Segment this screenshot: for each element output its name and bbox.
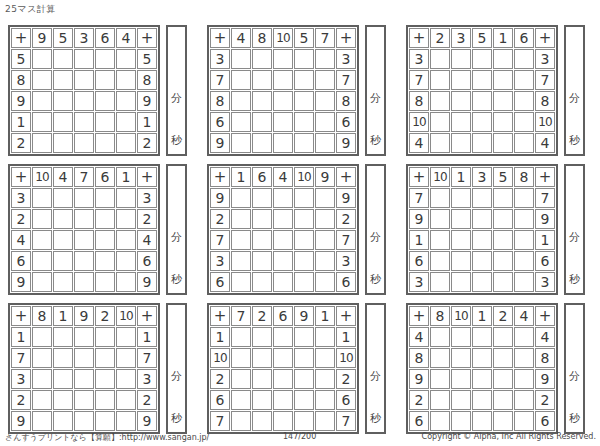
answer-cell <box>514 390 534 410</box>
left-clue-cell: 5 <box>11 49 31 69</box>
answer-cell <box>493 251 513 271</box>
answer-cell <box>294 133 314 153</box>
left-clue-cell: 7 <box>11 348 31 368</box>
answer-cell <box>514 272 534 292</box>
left-clue-cell: 2 <box>11 390 31 410</box>
right-clue-cell: 2 <box>336 209 356 229</box>
right-clue-cell: 7 <box>137 348 157 368</box>
left-clue-cell: 9 <box>210 188 230 208</box>
answer-cell <box>294 91 314 111</box>
answer-cell <box>273 230 293 250</box>
top-clue-cell: 1 <box>53 306 73 326</box>
page-title: 25マス計算 <box>5 3 56 16</box>
answer-cell <box>273 348 293 368</box>
answer-cell <box>451 230 471 250</box>
answer-cell <box>315 369 335 389</box>
answer-cell <box>315 348 335 368</box>
puzzle-block-4: +104761+3322446699分秒 <box>8 164 187 295</box>
right-clue-cell: 9 <box>535 209 555 229</box>
answer-cell <box>472 327 492 347</box>
answer-cell <box>95 272 115 292</box>
seconds-label: 秒 <box>566 272 583 287</box>
right-clue-cell: 3 <box>535 49 555 69</box>
answer-cell <box>231 188 251 208</box>
answer-cell <box>451 188 471 208</box>
right-clue-cell: 7 <box>535 188 555 208</box>
timer-box: 分秒 <box>564 303 585 434</box>
answer-cell <box>451 70 471 90</box>
answer-cell <box>451 272 471 292</box>
answer-cell <box>116 133 136 153</box>
answer-cell <box>451 133 471 153</box>
answer-cell <box>315 251 335 271</box>
answer-cell <box>53 209 73 229</box>
answer-cell <box>231 209 251 229</box>
right-clue-cell: 8 <box>336 91 356 111</box>
answer-cell <box>252 348 272 368</box>
answer-cell <box>430 112 450 132</box>
right-clue-cell: 2 <box>535 390 555 410</box>
answer-cell <box>231 327 251 347</box>
answer-cell <box>493 272 513 292</box>
answer-cell <box>472 369 492 389</box>
right-clue-cell: 5 <box>137 49 157 69</box>
answer-cell <box>116 209 136 229</box>
top-clue-cell: 8 <box>252 28 272 48</box>
left-clue-cell: 7 <box>409 188 429 208</box>
right-clue-cell: 6 <box>535 251 555 271</box>
answer-cell <box>53 272 73 292</box>
answer-cell <box>294 390 314 410</box>
answer-cell <box>231 70 251 90</box>
answer-cell <box>294 348 314 368</box>
top-clue-cell: 5 <box>493 167 513 187</box>
answer-cell <box>95 348 115 368</box>
answer-cell <box>514 91 534 111</box>
answer-cell <box>53 70 73 90</box>
timer-box: 分秒 <box>166 25 187 156</box>
answer-cell <box>451 209 471 229</box>
right-clue-cell: 8 <box>137 70 157 90</box>
top-clue-cell: 6 <box>514 28 534 48</box>
answer-cell <box>430 251 450 271</box>
answer-cell <box>32 369 52 389</box>
answer-cell <box>273 369 293 389</box>
answer-cell <box>273 327 293 347</box>
answer-cell <box>252 327 272 347</box>
answer-cell <box>294 327 314 347</box>
minutes-label: 分 <box>566 230 583 245</box>
answer-cell <box>451 369 471 389</box>
seconds-label: 秒 <box>367 411 384 426</box>
answer-cell <box>493 70 513 90</box>
answer-cell <box>231 348 251 368</box>
answer-cell <box>32 70 52 90</box>
operator-cell: + <box>336 167 356 187</box>
right-clue-cell: 1 <box>336 327 356 347</box>
top-clue-cell: 10 <box>294 167 314 187</box>
right-clue-cell: 8 <box>535 348 555 368</box>
answer-cell <box>451 390 471 410</box>
right-clue-cell: 7 <box>336 70 356 90</box>
top-clue-cell: 6 <box>273 306 293 326</box>
answer-cell <box>95 91 115 111</box>
right-clue-cell: 1 <box>137 112 157 132</box>
puzzle-block-6: +101358+7799116633分秒 <box>406 164 585 295</box>
right-clue-cell: 2 <box>336 369 356 389</box>
left-clue-cell: 2 <box>210 209 230 229</box>
answer-cell <box>116 369 136 389</box>
top-clue-cell: 8 <box>430 306 450 326</box>
answer-cell <box>472 230 492 250</box>
answer-cell <box>472 70 492 90</box>
seconds-label: 秒 <box>168 411 185 426</box>
answer-cell <box>95 133 115 153</box>
answer-cell <box>315 230 335 250</box>
answer-cell <box>252 390 272 410</box>
answer-cell <box>74 188 94 208</box>
answer-cell <box>273 390 293 410</box>
right-clue-cell: 9 <box>137 91 157 111</box>
left-clue-cell: 7 <box>210 411 230 431</box>
timer-box: 分秒 <box>365 303 386 434</box>
left-clue-cell: 6 <box>210 272 230 292</box>
top-clue-cell: 8 <box>514 167 534 187</box>
seconds-label: 秒 <box>367 133 384 148</box>
seconds-label: 秒 <box>367 272 384 287</box>
answer-cell <box>493 369 513 389</box>
top-clue-cell: 6 <box>95 28 115 48</box>
top-clue-cell: 3 <box>472 167 492 187</box>
answer-cell <box>430 91 450 111</box>
seconds-label: 秒 <box>566 133 583 148</box>
answer-cell <box>315 188 335 208</box>
answer-cell <box>315 112 335 132</box>
puzzle-table: +819210+1177332299 <box>8 303 160 434</box>
answer-cell <box>95 209 115 229</box>
left-clue-cell: 6 <box>409 411 429 431</box>
answer-cell <box>294 209 314 229</box>
right-clue-cell: 10 <box>336 348 356 368</box>
answer-cell <box>514 209 534 229</box>
answer-cell <box>493 209 513 229</box>
minutes-label: 分 <box>168 91 185 106</box>
answer-cell <box>294 112 314 132</box>
left-clue-cell: 1 <box>11 327 31 347</box>
right-clue-cell: 9 <box>535 369 555 389</box>
answer-cell <box>116 70 136 90</box>
left-clue-cell: 6 <box>210 390 230 410</box>
right-clue-cell: 9 <box>137 272 157 292</box>
operator-cell: + <box>137 28 157 48</box>
answer-cell <box>430 411 450 431</box>
top-clue-cell: 10 <box>451 306 471 326</box>
top-clue-cell: 5 <box>294 28 314 48</box>
left-clue-cell: 2 <box>210 369 230 389</box>
minutes-label: 分 <box>367 369 384 384</box>
right-clue-cell: 4 <box>137 230 157 250</box>
left-clue-cell: 3 <box>11 188 31 208</box>
left-clue-cell: 9 <box>11 91 31 111</box>
answer-cell <box>430 49 450 69</box>
left-clue-cell: 1 <box>409 230 429 250</box>
answer-cell <box>231 91 251 111</box>
answer-cell <box>116 251 136 271</box>
answer-cell <box>53 369 73 389</box>
operator-cell: + <box>11 28 31 48</box>
left-clue-cell: 7 <box>210 230 230 250</box>
answer-cell <box>493 91 513 111</box>
puzzle-row-3: +819210+1177332299分秒+72691+111010226677分… <box>8 303 585 434</box>
answer-cell <box>252 70 272 90</box>
answer-cell <box>472 188 492 208</box>
answer-cell <box>472 91 492 111</box>
answer-cell <box>74 112 94 132</box>
operator-cell: + <box>11 306 31 326</box>
answer-cell <box>53 112 73 132</box>
answer-cell <box>273 133 293 153</box>
top-clue-cell: 5 <box>53 28 73 48</box>
right-clue-cell: 9 <box>336 188 356 208</box>
answer-cell <box>252 369 272 389</box>
answer-cell <box>273 112 293 132</box>
top-clue-cell: 2 <box>252 306 272 326</box>
answer-cell <box>74 230 94 250</box>
puzzle-row-2: +104761+3322446699分秒+164109+9922773366分秒… <box>8 164 585 295</box>
puzzle-table: +164109+9922773366 <box>207 164 359 295</box>
answer-cell <box>315 133 335 153</box>
answer-cell <box>430 230 450 250</box>
right-clue-cell: 3 <box>336 251 356 271</box>
answer-cell <box>74 327 94 347</box>
answer-cell <box>231 369 251 389</box>
answer-cell <box>315 327 335 347</box>
answer-cell <box>53 251 73 271</box>
answer-cell <box>53 327 73 347</box>
operator-cell: + <box>210 306 230 326</box>
answer-cell <box>74 49 94 69</box>
left-clue-cell: 8 <box>11 70 31 90</box>
answer-cell <box>493 411 513 431</box>
right-clue-cell: 3 <box>137 369 157 389</box>
operator-cell: + <box>137 306 157 326</box>
puzzle-block-8: +72691+111010226677分秒 <box>207 303 386 434</box>
answer-cell <box>74 70 94 90</box>
answer-cell <box>294 369 314 389</box>
answer-cell <box>315 70 335 90</box>
right-clue-cell: 7 <box>336 230 356 250</box>
left-clue-cell: 4 <box>409 133 429 153</box>
minutes-label: 分 <box>367 230 384 245</box>
operator-cell: + <box>210 28 230 48</box>
puzzle-table: +101358+7799116633 <box>406 164 558 295</box>
top-clue-cell: 1 <box>315 306 335 326</box>
answer-cell <box>315 411 335 431</box>
left-clue-cell: 3 <box>409 49 429 69</box>
answer-cell <box>493 188 513 208</box>
top-clue-cell: 9 <box>294 306 314 326</box>
copyright-text: Copyright © Alpha, Inc All Rights Reserv… <box>422 432 596 441</box>
top-clue-cell: 10 <box>273 28 293 48</box>
top-clue-cell: 9 <box>315 167 335 187</box>
answer-cell <box>514 369 534 389</box>
answer-cell <box>252 133 272 153</box>
left-clue-cell: 6 <box>210 112 230 132</box>
timer-box: 分秒 <box>564 25 585 156</box>
top-clue-cell: 4 <box>116 28 136 48</box>
top-clue-cell: 1 <box>451 167 471 187</box>
answer-cell <box>95 112 115 132</box>
right-clue-cell: 9 <box>336 133 356 153</box>
answer-cell <box>294 251 314 271</box>
answer-cell <box>252 112 272 132</box>
left-clue-cell: 10 <box>210 348 230 368</box>
top-clue-cell: 10 <box>116 306 136 326</box>
seconds-label: 秒 <box>168 133 185 148</box>
top-clue-cell: 2 <box>430 28 450 48</box>
top-clue-cell: 7 <box>231 306 251 326</box>
answer-cell <box>472 133 492 153</box>
answer-cell <box>294 188 314 208</box>
answer-cell <box>472 348 492 368</box>
minutes-label: 分 <box>367 91 384 106</box>
top-clue-cell: 10 <box>32 167 52 187</box>
top-clue-cell: 1 <box>472 306 492 326</box>
left-clue-cell: 2 <box>409 390 429 410</box>
answer-cell <box>95 327 115 347</box>
left-clue-cell: 3 <box>210 251 230 271</box>
answer-cell <box>315 272 335 292</box>
answer-cell <box>231 390 251 410</box>
answer-cell <box>472 49 492 69</box>
top-clue-cell: 3 <box>74 28 94 48</box>
operator-cell: + <box>137 167 157 187</box>
answer-cell <box>472 272 492 292</box>
answer-cell <box>430 188 450 208</box>
answer-cell <box>514 230 534 250</box>
answer-cell <box>493 230 513 250</box>
right-clue-cell: 6 <box>336 272 356 292</box>
timer-box: 分秒 <box>166 164 187 295</box>
operator-cell: + <box>409 28 429 48</box>
minutes-label: 分 <box>566 91 583 106</box>
top-clue-cell: 9 <box>32 28 52 48</box>
left-clue-cell: 1 <box>11 112 31 132</box>
top-clue-cell: 7 <box>315 28 335 48</box>
right-clue-cell: 4 <box>535 133 555 153</box>
answer-cell <box>53 230 73 250</box>
answer-cell <box>116 390 136 410</box>
right-clue-cell: 9 <box>137 411 157 431</box>
answer-cell <box>252 251 272 271</box>
top-clue-cell: 4 <box>514 306 534 326</box>
answer-cell <box>315 390 335 410</box>
answer-cell <box>430 390 450 410</box>
seconds-label: 秒 <box>168 272 185 287</box>
answer-cell <box>32 91 52 111</box>
answer-cell <box>74 91 94 111</box>
left-clue-cell: 8 <box>210 91 230 111</box>
answer-cell <box>53 49 73 69</box>
answer-cell <box>32 411 52 431</box>
right-clue-cell: 1 <box>137 327 157 347</box>
answer-cell <box>252 49 272 69</box>
answer-cell <box>273 251 293 271</box>
page-number: 147/200 <box>283 432 316 441</box>
answer-cell <box>53 188 73 208</box>
answer-cell <box>514 112 534 132</box>
answer-cell <box>95 251 115 271</box>
right-clue-cell: 2 <box>137 133 157 153</box>
left-clue-cell: 4 <box>11 230 31 250</box>
answer-cell <box>252 209 272 229</box>
operator-cell: + <box>210 167 230 187</box>
top-clue-cell: 1 <box>493 28 513 48</box>
answer-cell <box>273 411 293 431</box>
timer-box: 分秒 <box>365 164 386 295</box>
answer-cell <box>273 49 293 69</box>
answer-cell <box>514 49 534 69</box>
timer-box: 分秒 <box>166 303 187 434</box>
puzzle-table: +95364+5588991122 <box>8 25 160 156</box>
answer-cell <box>451 112 471 132</box>
top-clue-cell: 1 <box>231 167 251 187</box>
answer-cell <box>252 411 272 431</box>
answer-cell <box>231 112 251 132</box>
top-clue-cell: 4 <box>231 28 251 48</box>
answer-cell <box>514 188 534 208</box>
answer-cell <box>53 348 73 368</box>
answer-cell <box>514 70 534 90</box>
operator-cell: + <box>409 306 429 326</box>
answer-cell <box>252 230 272 250</box>
seconds-label: 秒 <box>566 411 583 426</box>
answer-cell <box>472 209 492 229</box>
answer-cell <box>472 251 492 271</box>
operator-cell: + <box>409 167 429 187</box>
puzzle-table: +23516+337788101044 <box>406 25 558 156</box>
left-clue-cell: 9 <box>210 133 230 153</box>
puzzle-table: +810124+4488992266 <box>406 303 558 434</box>
answer-cell <box>95 70 115 90</box>
answer-cell <box>116 327 136 347</box>
answer-cell <box>116 230 136 250</box>
answer-cell <box>53 133 73 153</box>
answer-cell <box>116 91 136 111</box>
left-clue-cell: 8 <box>409 91 429 111</box>
puzzle-block-3: +23516+337788101044分秒 <box>406 25 585 156</box>
answer-cell <box>231 411 251 431</box>
answer-cell <box>32 49 52 69</box>
answer-cell <box>252 91 272 111</box>
answer-cell <box>451 49 471 69</box>
left-clue-cell: 10 <box>409 112 429 132</box>
top-clue-cell: 5 <box>472 28 492 48</box>
answer-cell <box>95 390 115 410</box>
answer-cell <box>273 209 293 229</box>
answer-cell <box>514 133 534 153</box>
answer-cell <box>53 390 73 410</box>
answer-cell <box>95 230 115 250</box>
answer-cell <box>451 327 471 347</box>
right-clue-cell: 7 <box>336 411 356 431</box>
right-clue-cell: 2 <box>137 390 157 410</box>
answer-cell <box>451 91 471 111</box>
puzzle-block-1: +95364+5588991122分秒 <box>8 25 187 156</box>
left-clue-cell: 6 <box>11 251 31 271</box>
top-clue-cell: 4 <box>273 167 293 187</box>
answer-cell <box>315 209 335 229</box>
